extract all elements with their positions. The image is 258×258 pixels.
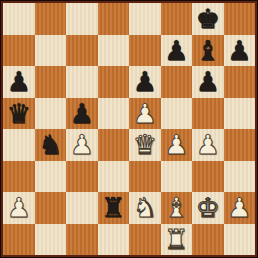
- square-f3[interactable]: [161, 161, 193, 193]
- square-g4[interactable]: ♟: [192, 129, 224, 161]
- square-e4[interactable]: ♛: [129, 129, 161, 161]
- piece-black-queen[interactable]: ♛: [7, 98, 31, 129]
- square-h8[interactable]: [224, 3, 256, 35]
- piece-white-pawn[interactable]: ♟: [133, 98, 157, 129]
- square-h2[interactable]: ♟: [224, 192, 256, 224]
- square-c5[interactable]: ♟: [66, 98, 98, 130]
- square-c3[interactable]: [66, 161, 98, 193]
- chess-board: ♚♟♝♟♟♟♟♛♟♟♞♟♛♟♟♟♜♞♝♚♟♜: [3, 3, 255, 255]
- square-d7[interactable]: [98, 35, 130, 67]
- square-b6[interactable]: [35, 66, 67, 98]
- square-d5[interactable]: [98, 98, 130, 130]
- square-f5[interactable]: [161, 98, 193, 130]
- square-b4[interactable]: ♞: [35, 129, 67, 161]
- square-h7[interactable]: ♟: [224, 35, 256, 67]
- square-a1[interactable]: [3, 224, 35, 256]
- piece-white-knight[interactable]: ♞: [133, 192, 157, 223]
- square-h6[interactable]: [224, 66, 256, 98]
- piece-black-pawn[interactable]: ♟: [164, 35, 188, 66]
- piece-white-bishop[interactable]: ♝: [164, 192, 188, 223]
- square-f1[interactable]: ♜: [161, 224, 193, 256]
- square-e8[interactable]: [129, 3, 161, 35]
- piece-white-rook[interactable]: ♜: [164, 224, 188, 255]
- square-d1[interactable]: [98, 224, 130, 256]
- square-f8[interactable]: [161, 3, 193, 35]
- piece-black-knight[interactable]: ♞: [38, 129, 62, 160]
- square-f6[interactable]: [161, 66, 193, 98]
- piece-white-queen[interactable]: ♛: [133, 129, 157, 160]
- square-b7[interactable]: [35, 35, 67, 67]
- piece-white-pawn[interactable]: ♟: [196, 129, 220, 160]
- square-a4[interactable]: [3, 129, 35, 161]
- square-b1[interactable]: [35, 224, 67, 256]
- square-g8[interactable]: ♚: [192, 3, 224, 35]
- square-b5[interactable]: [35, 98, 67, 130]
- square-e5[interactable]: ♟: [129, 98, 161, 130]
- square-f2[interactable]: ♝: [161, 192, 193, 224]
- piece-black-bishop[interactable]: ♝: [196, 35, 220, 66]
- square-d8[interactable]: [98, 3, 130, 35]
- square-d2[interactable]: ♜: [98, 192, 130, 224]
- square-f7[interactable]: ♟: [161, 35, 193, 67]
- square-d4[interactable]: [98, 129, 130, 161]
- square-e7[interactable]: [129, 35, 161, 67]
- square-c8[interactable]: [66, 3, 98, 35]
- square-b3[interactable]: [35, 161, 67, 193]
- square-d3[interactable]: [98, 161, 130, 193]
- piece-black-pawn[interactable]: ♟: [7, 66, 31, 97]
- square-a6[interactable]: ♟: [3, 66, 35, 98]
- piece-black-pawn[interactable]: ♟: [70, 98, 94, 129]
- square-c7[interactable]: [66, 35, 98, 67]
- square-b8[interactable]: [35, 3, 67, 35]
- square-a5[interactable]: ♛: [3, 98, 35, 130]
- square-e1[interactable]: [129, 224, 161, 256]
- square-a7[interactable]: [3, 35, 35, 67]
- square-h3[interactable]: [224, 161, 256, 193]
- piece-black-pawn[interactable]: ♟: [196, 66, 220, 97]
- square-c1[interactable]: [66, 224, 98, 256]
- square-f4[interactable]: ♟: [161, 129, 193, 161]
- square-e3[interactable]: [129, 161, 161, 193]
- square-g6[interactable]: ♟: [192, 66, 224, 98]
- piece-black-rook[interactable]: ♜: [101, 192, 125, 223]
- square-e6[interactable]: ♟: [129, 66, 161, 98]
- square-c4[interactable]: ♟: [66, 129, 98, 161]
- square-c6[interactable]: [66, 66, 98, 98]
- piece-white-pawn[interactable]: ♟: [70, 129, 94, 160]
- piece-white-pawn[interactable]: ♟: [164, 129, 188, 160]
- square-d6[interactable]: [98, 66, 130, 98]
- square-a8[interactable]: [3, 3, 35, 35]
- square-g3[interactable]: [192, 161, 224, 193]
- square-a3[interactable]: [3, 161, 35, 193]
- piece-white-king[interactable]: ♚: [196, 192, 220, 223]
- square-g1[interactable]: [192, 224, 224, 256]
- square-c2[interactable]: [66, 192, 98, 224]
- piece-white-pawn[interactable]: ♟: [7, 192, 31, 223]
- square-h1[interactable]: [224, 224, 256, 256]
- piece-black-pawn[interactable]: ♟: [227, 35, 251, 66]
- square-e2[interactable]: ♞: [129, 192, 161, 224]
- square-a2[interactable]: ♟: [3, 192, 35, 224]
- square-g5[interactable]: [192, 98, 224, 130]
- square-g7[interactable]: ♝: [192, 35, 224, 67]
- piece-black-king[interactable]: ♚: [196, 3, 220, 34]
- square-b2[interactable]: [35, 192, 67, 224]
- piece-white-pawn[interactable]: ♟: [227, 192, 251, 223]
- piece-black-pawn[interactable]: ♟: [133, 66, 157, 97]
- square-h4[interactable]: [224, 129, 256, 161]
- square-g2[interactable]: ♚: [192, 192, 224, 224]
- square-h5[interactable]: [224, 98, 256, 130]
- board-frame: ♚♟♝♟♟♟♟♛♟♟♞♟♛♟♟♟♜♞♝♚♟♜: [0, 0, 258, 258]
